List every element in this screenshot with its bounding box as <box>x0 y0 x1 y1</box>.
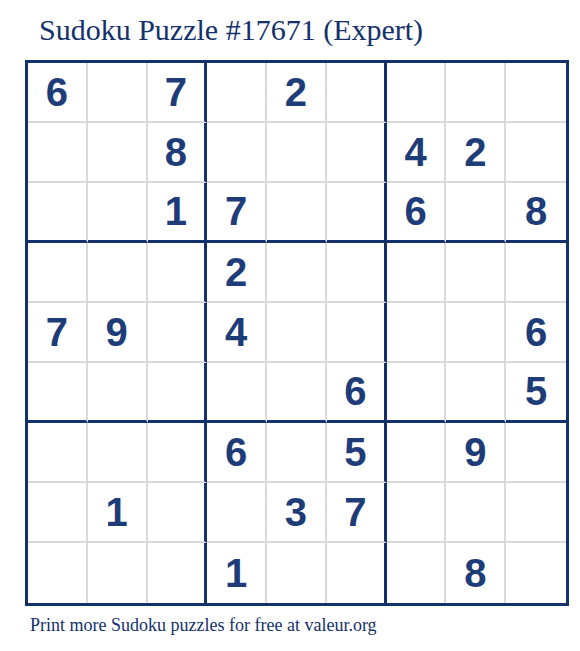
cell-r3c7[interactable]: 6 <box>387 183 447 243</box>
cell-r4c2[interactable] <box>88 243 148 303</box>
cell-r4c6[interactable] <box>327 243 387 303</box>
cell-r9c1[interactable] <box>28 543 88 603</box>
cell-r7c2[interactable] <box>88 423 148 483</box>
cell-r4c9[interactable] <box>506 243 566 303</box>
cell-r2c1[interactable] <box>28 123 88 183</box>
cell-r2c6[interactable] <box>327 123 387 183</box>
cell-r7c9[interactable] <box>506 423 566 483</box>
cell-r6c6[interactable]: 6 <box>327 363 387 423</box>
cell-r1c6[interactable] <box>327 63 387 123</box>
cell-r8c1[interactable] <box>28 483 88 543</box>
cell-r4c5[interactable] <box>267 243 327 303</box>
cell-r7c3[interactable] <box>148 423 208 483</box>
cell-r2c2[interactable] <box>88 123 148 183</box>
cell-r2c3[interactable]: 8 <box>148 123 208 183</box>
cell-r8c3[interactable] <box>148 483 208 543</box>
cell-r5c2[interactable]: 9 <box>88 303 148 363</box>
cell-r6c2[interactable] <box>88 363 148 423</box>
cell-r3c1[interactable] <box>28 183 88 243</box>
cell-r6c1[interactable] <box>28 363 88 423</box>
cell-r9c6[interactable] <box>327 543 387 603</box>
cell-r2c7[interactable]: 4 <box>387 123 447 183</box>
cell-r1c4[interactable] <box>207 63 267 123</box>
cell-r1c2[interactable] <box>88 63 148 123</box>
cell-r2c4[interactable] <box>207 123 267 183</box>
cell-r9c9[interactable] <box>506 543 566 603</box>
cell-r3c6[interactable] <box>327 183 387 243</box>
cell-r4c1[interactable] <box>28 243 88 303</box>
cell-r7c1[interactable] <box>28 423 88 483</box>
cell-r7c6[interactable]: 5 <box>327 423 387 483</box>
cell-r4c4[interactable]: 2 <box>207 243 267 303</box>
cell-r3c5[interactable] <box>267 183 327 243</box>
cell-r9c4[interactable]: 1 <box>207 543 267 603</box>
cell-r6c4[interactable] <box>207 363 267 423</box>
cell-r1c1[interactable]: 6 <box>28 63 88 123</box>
cell-r4c3[interactable] <box>148 243 208 303</box>
cell-r4c7[interactable] <box>387 243 447 303</box>
page-title: Sudoku Puzzle #17671 (Expert) <box>39 13 423 47</box>
cell-r5c7[interactable] <box>387 303 447 363</box>
cell-r1c8[interactable] <box>446 63 506 123</box>
cell-r8c2[interactable]: 1 <box>88 483 148 543</box>
cell-r6c8[interactable] <box>446 363 506 423</box>
cell-r6c5[interactable] <box>267 363 327 423</box>
cell-r7c8[interactable]: 9 <box>446 423 506 483</box>
cell-r1c5[interactable]: 2 <box>267 63 327 123</box>
cell-r6c7[interactable] <box>387 363 447 423</box>
cell-r9c7[interactable] <box>387 543 447 603</box>
cell-r8c8[interactable] <box>446 483 506 543</box>
cell-r5c9[interactable]: 6 <box>506 303 566 363</box>
cell-r7c7[interactable] <box>387 423 447 483</box>
cell-r3c2[interactable] <box>88 183 148 243</box>
cell-r6c3[interactable] <box>148 363 208 423</box>
cell-r5c3[interactable] <box>148 303 208 363</box>
cell-r1c9[interactable] <box>506 63 566 123</box>
sudoku-grid: 6728421768279466565913718 <box>25 60 569 606</box>
cell-r1c7[interactable] <box>387 63 447 123</box>
cell-r9c5[interactable] <box>267 543 327 603</box>
cell-r3c9[interactable]: 8 <box>506 183 566 243</box>
cell-r4c8[interactable] <box>446 243 506 303</box>
cell-r8c6[interactable]: 7 <box>327 483 387 543</box>
cell-r5c5[interactable] <box>267 303 327 363</box>
cell-r8c9[interactable] <box>506 483 566 543</box>
cell-r9c2[interactable] <box>88 543 148 603</box>
cell-r5c6[interactable] <box>327 303 387 363</box>
cell-r5c4[interactable]: 4 <box>207 303 267 363</box>
cell-r8c4[interactable] <box>207 483 267 543</box>
cell-r7c5[interactable] <box>267 423 327 483</box>
cell-r8c5[interactable]: 3 <box>267 483 327 543</box>
cell-r5c8[interactable] <box>446 303 506 363</box>
cell-r3c8[interactable] <box>446 183 506 243</box>
cell-r7c4[interactable]: 6 <box>207 423 267 483</box>
cell-r2c9[interactable] <box>506 123 566 183</box>
cell-r5c1[interactable]: 7 <box>28 303 88 363</box>
cell-r3c4[interactable]: 7 <box>207 183 267 243</box>
cell-r9c3[interactable] <box>148 543 208 603</box>
cell-r8c7[interactable] <box>387 483 447 543</box>
cell-r9c8[interactable]: 8 <box>446 543 506 603</box>
cell-r3c3[interactable]: 1 <box>148 183 208 243</box>
footer-text: Print more Sudoku puzzles for free at va… <box>30 615 377 636</box>
cell-r2c8[interactable]: 2 <box>446 123 506 183</box>
cell-r2c5[interactable] <box>267 123 327 183</box>
cell-r1c3[interactable]: 7 <box>148 63 208 123</box>
cell-r6c9[interactable]: 5 <box>506 363 566 423</box>
